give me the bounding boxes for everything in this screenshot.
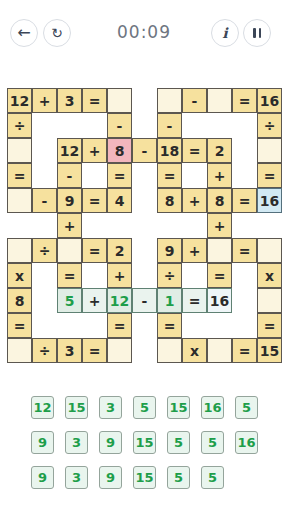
cell-r9c7[interactable]: 1 [157, 288, 182, 313]
cell-r7c1[interactable] [7, 238, 32, 263]
cell-r4c1: = [7, 163, 32, 188]
cell-r11c5[interactable] [107, 338, 132, 363]
cell-r1c8: - [182, 88, 207, 113]
cell-r5c9: 8 [207, 188, 232, 213]
cell-r5c3: 9 [57, 188, 82, 213]
tray-tile-r2-3[interactable]: 9 [99, 431, 122, 454]
pause-icon [253, 28, 256, 38]
cell-blank-r6c10 [232, 213, 257, 238]
cell-blank-r4c6 [132, 163, 157, 188]
cell-r5c4: = [82, 188, 107, 213]
cell-r4c9: + [207, 163, 232, 188]
cell-r5c1[interactable] [7, 188, 32, 213]
cell-r1c2: + [32, 88, 57, 113]
cell-r1c11: 16 [257, 88, 282, 113]
cell-r9c5[interactable]: 12 [107, 288, 132, 313]
cell-r3c9: 2 [207, 138, 232, 163]
cell-r5c8: + [182, 188, 207, 213]
cell-blank-r3c2 [32, 138, 57, 163]
puzzle-grid: 12+3=-=16÷--÷12+8-18=2=-==+=-9=48+8=16++… [7, 88, 282, 363]
cell-blank-r10c3 [57, 313, 82, 338]
info-icon: i [222, 26, 227, 40]
cell-blank-r8c10 [232, 263, 257, 288]
cell-blank-r2c3 [57, 113, 82, 138]
tray-tile-r1-4[interactable]: 5 [133, 396, 156, 419]
tray-tile-r1-1[interactable]: 12 [31, 396, 54, 419]
cell-r5c11[interactable]: 16 [257, 188, 282, 213]
cell-r11c10: = [232, 338, 257, 363]
cell-r1c1: 12 [7, 88, 32, 113]
cell-blank-r2c4 [82, 113, 107, 138]
cell-r4c5: = [107, 163, 132, 188]
cell-blank-r3c10 [232, 138, 257, 163]
cell-r11c7[interactable] [157, 338, 182, 363]
cell-r6c9: + [207, 213, 232, 238]
cell-r9c8: = [182, 288, 207, 313]
pause-icon [259, 28, 262, 38]
cell-r8c1: x [7, 263, 32, 288]
cell-blank-r10c10 [232, 313, 257, 338]
cell-blank-r2c10 [232, 113, 257, 138]
cell-r5c7: 8 [157, 188, 182, 213]
cell-blank-r6c7 [157, 213, 182, 238]
tray-tile-r3-2[interactable]: 3 [65, 466, 88, 489]
cell-blank-r7c6 [132, 238, 157, 263]
cell-blank-r4c8 [182, 163, 207, 188]
tray-tile-r2-2[interactable]: 3 [65, 431, 88, 454]
tray-tile-r1-7[interactable]: 5 [235, 396, 258, 419]
tray-tile-r2-5[interactable]: 5 [167, 431, 190, 454]
cell-blank-r10c2 [32, 313, 57, 338]
cell-r9c3[interactable]: 5 [57, 288, 82, 313]
cell-r7c5: 2 [107, 238, 132, 263]
info-button[interactable]: i [211, 19, 239, 47]
tray-row-1: 12153515165 [31, 396, 258, 419]
cell-r3c6: - [132, 138, 157, 163]
cell-r10c11: = [257, 313, 282, 338]
cell-r1c4: = [82, 88, 107, 113]
cell-blank-r6c6 [132, 213, 157, 238]
cell-r2c5: - [107, 113, 132, 138]
cell-r8c5: + [107, 263, 132, 288]
cell-r11c1[interactable] [7, 338, 32, 363]
tray-tile-r3-1[interactable]: 9 [31, 466, 54, 489]
cell-r10c1: = [7, 313, 32, 338]
cell-r3c7: 18 [157, 138, 182, 163]
cell-blank-r10c4 [82, 313, 107, 338]
cell-r6c3: + [57, 213, 82, 238]
cell-blank-r2c6 [132, 113, 157, 138]
cell-r3c11[interactable] [257, 138, 282, 163]
cell-blank-r4c4 [82, 163, 107, 188]
cell-blank-r6c1 [7, 213, 32, 238]
cell-r9c9[interactable]: 16 [207, 288, 232, 313]
cell-r1c9[interactable] [207, 88, 232, 113]
cell-blank-r6c8 [182, 213, 207, 238]
cell-blank-r1c6 [132, 88, 157, 113]
cell-r4c11: = [257, 163, 282, 188]
tray-tile-r3-5[interactable]: 5 [167, 466, 190, 489]
cell-r3c1[interactable] [7, 138, 32, 163]
cell-r10c5: = [107, 313, 132, 338]
cell-r7c7: 9 [157, 238, 182, 263]
cell-r4c3: - [57, 163, 82, 188]
cell-blank-r9c2 [32, 288, 57, 313]
cell-r11c9[interactable] [207, 338, 232, 363]
tray-tile-r2-6[interactable]: 5 [201, 431, 224, 454]
cell-blank-r6c4 [82, 213, 107, 238]
cell-blank-r8c8 [182, 263, 207, 288]
cell-r3c4: + [82, 138, 107, 163]
cell-blank-r8c6 [132, 263, 157, 288]
cell-blank-r6c11 [257, 213, 282, 238]
cell-r8c7: ÷ [157, 263, 182, 288]
cell-r11c11: 15 [257, 338, 282, 363]
cell-r1c3: 3 [57, 88, 82, 113]
tray-tile-r2-4[interactable]: 15 [133, 431, 156, 454]
tray-tile-r3-4[interactable]: 15 [133, 466, 156, 489]
cell-r5c5: 4 [107, 188, 132, 213]
cell-r10c7: = [157, 313, 182, 338]
tray-tile-r3-6[interactable]: 5 [201, 466, 224, 489]
cell-r3c3: 12 [57, 138, 82, 163]
tray-tile-r2-7[interactable]: 16 [235, 431, 258, 454]
cell-blank-r10c6 [132, 313, 157, 338]
cell-r9c1: 8 [7, 288, 32, 313]
tray-tile-r1-2[interactable]: 15 [65, 396, 88, 419]
cell-r2c1: ÷ [7, 113, 32, 138]
cell-r7c4: = [82, 238, 107, 263]
cell-r7c11[interactable] [257, 238, 282, 263]
cell-r3c5[interactable]: 8 [107, 138, 132, 163]
cell-r8c3: = [57, 263, 82, 288]
cell-blank-r4c2 [32, 163, 57, 188]
tile-tray: 121535151659391555169391555 [31, 396, 258, 489]
cell-r7c8: + [182, 238, 207, 263]
cell-blank-r2c8 [182, 113, 207, 138]
cell-r5c10: = [232, 188, 257, 213]
tray-tile-r3-3[interactable]: 9 [99, 466, 122, 489]
tray-tile-r2-1[interactable]: 9 [31, 431, 54, 454]
tray-tile-r1-5[interactable]: 15 [167, 396, 190, 419]
cell-r7c3[interactable] [57, 238, 82, 263]
cell-blank-r2c2 [32, 113, 57, 138]
cell-r1c5[interactable] [107, 88, 132, 113]
cell-r11c8: x [182, 338, 207, 363]
tray-tile-r1-6[interactable]: 16 [201, 396, 224, 419]
cell-blank-r10c8 [182, 313, 207, 338]
cell-r7c10: = [232, 238, 257, 263]
cell-r9c11[interactable] [257, 288, 282, 313]
cell-blank-r6c5 [107, 213, 132, 238]
cell-r1c7[interactable] [157, 88, 182, 113]
tray-tile-r1-3[interactable]: 3 [99, 396, 122, 419]
cell-r2c11: ÷ [257, 113, 282, 138]
cell-r3c8: = [182, 138, 207, 163]
pause-button[interactable] [243, 19, 271, 47]
cell-r11c2: ÷ [32, 338, 57, 363]
cell-blank-r10c9 [207, 313, 232, 338]
cell-r8c9: = [207, 263, 232, 288]
cell-blank-r11c6 [132, 338, 157, 363]
cell-blank-r4c10 [232, 163, 257, 188]
cell-r7c9[interactable] [207, 238, 232, 263]
cell-r7c2: ÷ [32, 238, 57, 263]
cell-blank-r2c9 [207, 113, 232, 138]
cell-r5c2: - [32, 188, 57, 213]
cell-blank-r8c2 [32, 263, 57, 288]
cell-blank-r9c10 [232, 288, 257, 313]
cell-r9c6: - [132, 288, 157, 313]
cell-r8c11: x [257, 263, 282, 288]
tray-row-2: 939155516 [31, 431, 258, 454]
cell-r9c4: + [82, 288, 107, 313]
cell-r1c10: = [232, 88, 257, 113]
cell-r11c4: = [82, 338, 107, 363]
cell-blank-r5c6 [132, 188, 157, 213]
cell-blank-r8c4 [82, 263, 107, 288]
cell-blank-r6c2 [32, 213, 57, 238]
cell-r4c7: = [157, 163, 182, 188]
cell-r11c3: 3 [57, 338, 82, 363]
cell-r2c7: - [157, 113, 182, 138]
tray-row-3: 9391555 [31, 466, 258, 489]
